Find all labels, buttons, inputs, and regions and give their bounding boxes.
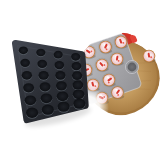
scene-svg [0,0,160,160]
pan-cup [54,61,64,70]
pan-cup [23,83,34,93]
pan-cup [55,71,65,81]
pan-cup [36,49,45,58]
pan-cup [38,71,48,81]
pan-cup [73,89,85,100]
product-pan [16,44,86,120]
pan-cup [71,53,80,62]
pan-cup [41,93,53,104]
pan-cup [19,46,28,55]
pan-cup [72,71,82,81]
pan-cup [54,51,63,60]
pan-cup [26,108,38,119]
pan-cup [72,80,83,90]
pan-cup [57,91,69,102]
pan-cup [73,98,85,109]
pan-cup [25,95,37,106]
pan-cup [40,82,51,92]
pan-cup [22,71,32,81]
product-photo [0,0,160,160]
pan-cup [57,102,69,113]
pan-cup [42,105,54,116]
pan-cup [20,59,30,68]
pan-cup [56,81,67,91]
pan-cup [37,60,47,69]
pan-cup [72,62,82,71]
empty-tray-cup [125,60,138,73]
